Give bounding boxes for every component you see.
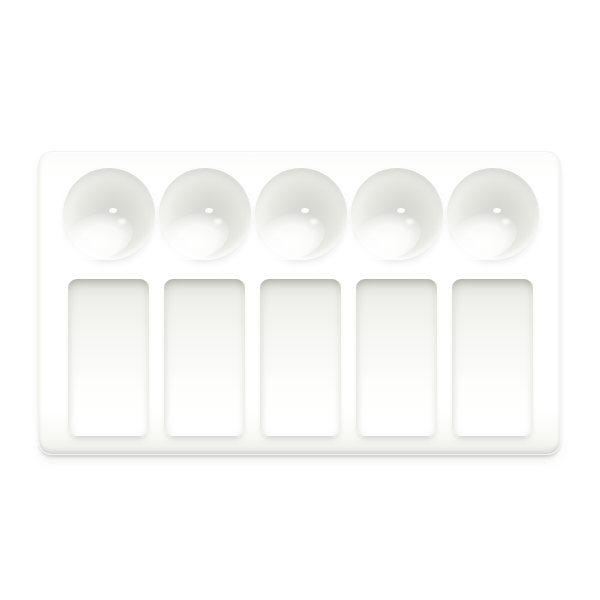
round-well-4: [351, 168, 443, 260]
rect-well-5: [452, 279, 533, 436]
rect-well-3: [260, 279, 341, 436]
round-well-5: [447, 168, 539, 260]
photo-background: [0, 0, 600, 600]
rect-well-2: [164, 279, 245, 436]
round-well-2: [159, 168, 251, 260]
rect-well-4: [356, 279, 437, 436]
round-well-3: [255, 168, 347, 260]
round-wells-row: [63, 168, 539, 260]
round-well-1: [63, 168, 155, 260]
rect-wells-row: [68, 279, 533, 436]
paint-palette-tray: [38, 151, 561, 455]
rect-well-1: [68, 279, 149, 436]
